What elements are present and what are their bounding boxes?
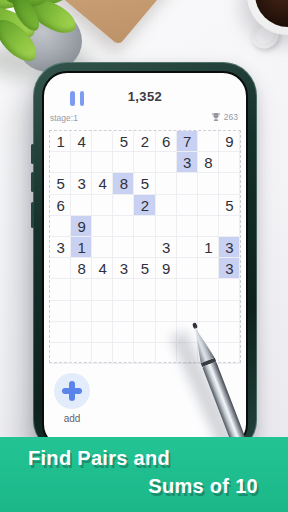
grid-cell[interactable]: [134, 301, 155, 322]
grid-cell[interactable]: 3: [71, 173, 92, 194]
grid-cell[interactable]: [219, 343, 240, 364]
grid-cell[interactable]: [92, 343, 113, 364]
grid-cell[interactable]: 2: [134, 131, 155, 152]
grid-cell[interactable]: 5: [134, 258, 155, 279]
undo-button[interactable]: undo: [139, 371, 195, 429]
grid-cell[interactable]: 9: [219, 131, 240, 152]
grid-cell[interactable]: 3: [219, 258, 240, 279]
grid-cell[interactable]: [156, 216, 177, 237]
grid-cell[interactable]: [198, 131, 219, 152]
grid-cell[interactable]: 3: [50, 237, 71, 258]
grid-cell[interactable]: [92, 131, 113, 152]
grid-cell[interactable]: [113, 237, 134, 258]
grid-cell[interactable]: [113, 343, 134, 364]
grid-cell[interactable]: [198, 301, 219, 322]
grid-cell[interactable]: 8: [198, 152, 219, 173]
grid-cell[interactable]: [92, 237, 113, 258]
coffee: [255, 0, 288, 27]
add-button[interactable]: add: [44, 371, 100, 429]
grid-cell[interactable]: [156, 301, 177, 322]
grid-cell[interactable]: [156, 279, 177, 300]
grid-cell[interactable]: 5: [113, 131, 134, 152]
banner-line-1: Find Pairs and: [28, 447, 170, 470]
grid-cell[interactable]: [219, 216, 240, 237]
grid-cell[interactable]: [177, 237, 198, 258]
undo-icon: [247, 373, 248, 405]
grid-cell[interactable]: [134, 152, 155, 173]
grid-cell[interactable]: 4: [92, 258, 113, 279]
grid-cell[interactable]: [219, 279, 240, 300]
grid-cell[interactable]: 9: [71, 216, 92, 237]
grid-cell[interactable]: 3: [156, 237, 177, 258]
grid-cell[interactable]: 4: [92, 173, 113, 194]
grid-cell[interactable]: [50, 322, 71, 343]
scene: 1,352 stage:1 263 1452679385348562593131…: [0, 0, 288, 512]
grid-cell[interactable]: [50, 216, 71, 237]
grid-cell[interactable]: [113, 279, 134, 300]
grid-cell[interactable]: [134, 343, 155, 364]
grid-cell[interactable]: [92, 279, 113, 300]
grid-cell[interactable]: [71, 279, 92, 300]
grid-cell[interactable]: 2: [134, 195, 155, 216]
grid-cell[interactable]: [50, 152, 71, 173]
grid-cell[interactable]: [219, 173, 240, 194]
grid-cell[interactable]: 1: [198, 237, 219, 258]
grid-cell[interactable]: [71, 343, 92, 364]
grid-cell[interactable]: [113, 195, 134, 216]
grid-cell[interactable]: 8: [113, 173, 134, 194]
phone-side-button: [31, 144, 34, 164]
grid-cell[interactable]: [198, 195, 219, 216]
grid-cell[interactable]: 5: [50, 173, 71, 194]
grid-cell[interactable]: [177, 301, 198, 322]
stage-label: stage:1: [50, 113, 78, 123]
grid-cell[interactable]: [198, 173, 219, 194]
grid-cell[interactable]: [71, 195, 92, 216]
grid-cell[interactable]: 3: [113, 258, 134, 279]
grid-cell[interactable]: 3: [219, 237, 240, 258]
number-grid: 14526793853485625931313843593: [49, 130, 241, 363]
grid-cell[interactable]: [134, 237, 155, 258]
grid-cell[interactable]: 9: [156, 258, 177, 279]
grid-cell[interactable]: 5: [134, 173, 155, 194]
grid-cell[interactable]: [50, 301, 71, 322]
grid-cell[interactable]: [156, 173, 177, 194]
grid-cell[interactable]: [198, 279, 219, 300]
grid-cell[interactable]: [113, 152, 134, 173]
grid-cell[interactable]: [50, 343, 71, 364]
grid-cell[interactable]: [156, 343, 177, 364]
grid-cell[interactable]: 7: [177, 131, 198, 152]
grid-cell[interactable]: [198, 258, 219, 279]
grid-cell[interactable]: [219, 152, 240, 173]
grid-cell[interactable]: 5: [219, 195, 240, 216]
grid-cell[interactable]: [50, 258, 71, 279]
grid-cell[interactable]: [219, 322, 240, 343]
grid-cell[interactable]: [177, 173, 198, 194]
grid-cell[interactable]: [198, 216, 219, 237]
grid-cell[interactable]: [113, 216, 134, 237]
tutorial-banner: Find Pairs and Sums of 10: [0, 437, 288, 512]
phone-side-button: [31, 172, 34, 192]
grid-cell[interactable]: [134, 322, 155, 343]
trophy-counter: 263: [211, 112, 238, 122]
grid-cell[interactable]: [134, 216, 155, 237]
plus-icon: [62, 381, 82, 401]
grid-cell[interactable]: [71, 301, 92, 322]
grid-cell[interactable]: [156, 152, 177, 173]
grid-cell[interactable]: [92, 152, 113, 173]
grid-cell[interactable]: [177, 195, 198, 216]
add-label: add: [44, 413, 100, 424]
grid-cell[interactable]: [50, 279, 71, 300]
grid-cell[interactable]: [156, 195, 177, 216]
score: 1,352: [44, 89, 246, 104]
grid-cell[interactable]: 8: [71, 258, 92, 279]
grid-cell[interactable]: [113, 301, 134, 322]
phone-side-button: [31, 202, 34, 228]
grid-cell[interactable]: [92, 301, 113, 322]
grid-cell[interactable]: 1: [50, 131, 71, 152]
grid-cell[interactable]: 3: [177, 152, 198, 173]
pen-ball-tip: [192, 322, 197, 329]
hud-meta-row: stage:1 263: [50, 113, 238, 125]
grid-cell[interactable]: [92, 322, 113, 343]
grid-cell[interactable]: [71, 152, 92, 173]
trophy-icon: [211, 112, 221, 122]
grid-cell[interactable]: 6: [156, 131, 177, 152]
grid-cell[interactable]: [113, 322, 134, 343]
grid-cell[interactable]: [219, 301, 240, 322]
trophy-count: 263: [224, 112, 238, 122]
grid-cell[interactable]: [177, 258, 198, 279]
banner-line-2: Sums of 10: [148, 475, 258, 498]
grid-cell[interactable]: [177, 279, 198, 300]
grid-cell[interactable]: 6: [50, 195, 71, 216]
grid-cell[interactable]: [92, 216, 113, 237]
grid-cell[interactable]: [92, 195, 113, 216]
grid-cell[interactable]: [177, 216, 198, 237]
grid-cell[interactable]: 1: [71, 237, 92, 258]
grid-cell[interactable]: [71, 322, 92, 343]
grid-cell[interactable]: 4: [71, 131, 92, 152]
grid-cell[interactable]: [134, 279, 155, 300]
